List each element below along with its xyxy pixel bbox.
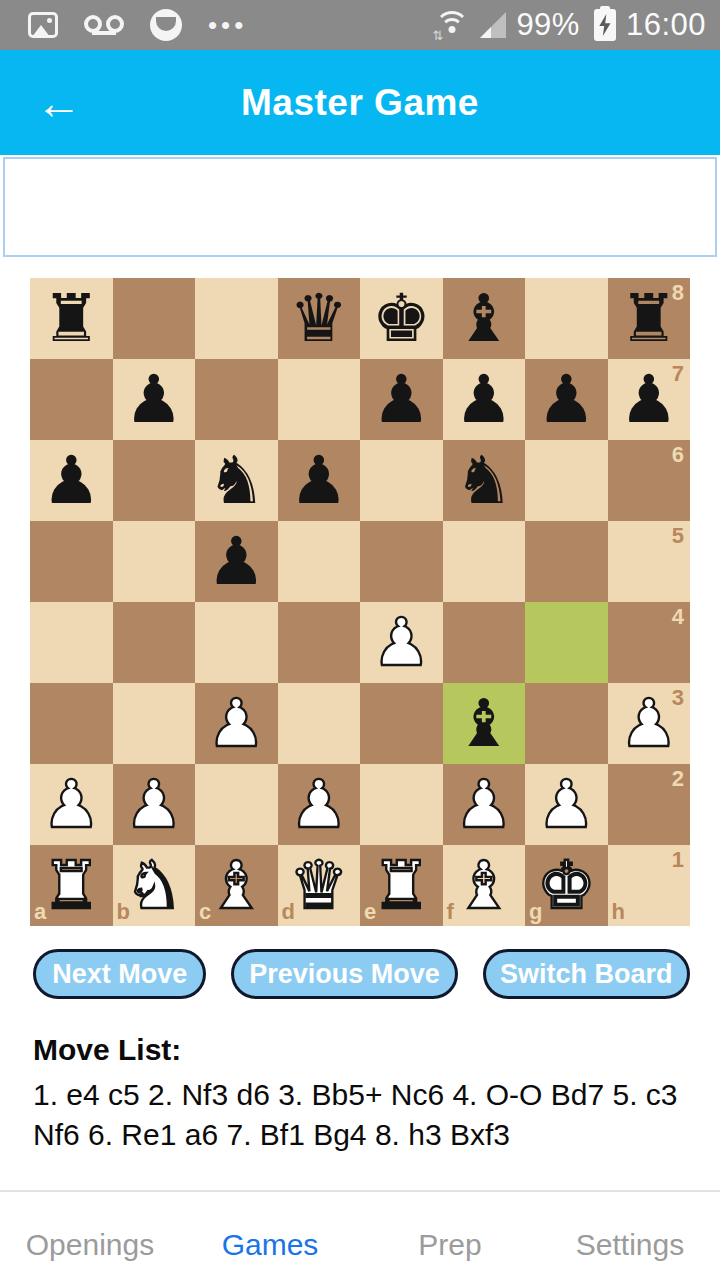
square-d1[interactable]: ♛d [278, 845, 361, 926]
app-header: ← Master Game [0, 50, 720, 155]
nav-tab-prep[interactable]: Prep [360, 1210, 540, 1262]
piece-black-pawn: ♟ [113, 359, 196, 440]
nav-tab-games[interactable]: Games [180, 1210, 360, 1262]
square-b8[interactable] [113, 278, 196, 359]
square-a8[interactable]: ♜ [30, 278, 113, 359]
nav-tab-openings[interactable]: Openings [0, 1210, 180, 1262]
rank-label-7: 7 [672, 361, 684, 387]
square-c4[interactable] [195, 602, 278, 683]
square-b6[interactable] [113, 440, 196, 521]
piece-black-king: ♚ [360, 278, 443, 359]
square-h6[interactable]: 6 [608, 440, 691, 521]
piece-white-pawn: ♟ [278, 764, 361, 845]
square-h8[interactable]: ♜8 [608, 278, 691, 359]
file-label-g: g [529, 899, 542, 925]
piece-black-pawn: ♟ [195, 521, 278, 602]
smiley-icon [150, 9, 182, 41]
gallery-icon [28, 12, 58, 38]
piece-white-pawn: ♟ [195, 683, 278, 764]
square-d8[interactable]: ♛ [278, 278, 361, 359]
previous-move-button[interactable]: Previous Move [231, 949, 457, 999]
piece-black-pawn: ♟ [278, 440, 361, 521]
square-h7[interactable]: ♟7 [608, 359, 691, 440]
square-c3[interactable]: ♟ [195, 683, 278, 764]
signal-icon [480, 12, 506, 38]
piece-black-bishop: ♝ [443, 683, 526, 764]
wifi-icon: ⇅ [434, 11, 470, 39]
square-e6[interactable] [360, 440, 443, 521]
bottom-nav: Openings Games Prep Settings [0, 1190, 720, 1280]
square-g3[interactable] [525, 683, 608, 764]
square-f3[interactable]: ♝ [443, 683, 526, 764]
square-h3[interactable]: ♟3 [608, 683, 691, 764]
piece-white-pawn: ♟ [113, 764, 196, 845]
file-label-h: h [612, 899, 625, 925]
clock: 16:00 [626, 7, 706, 43]
square-a7[interactable] [30, 359, 113, 440]
piece-black-bishop: ♝ [443, 278, 526, 359]
rank-label-3: 3 [672, 685, 684, 711]
square-h1[interactable]: 1h [608, 845, 691, 926]
square-h2[interactable]: 2 [608, 764, 691, 845]
square-a2[interactable]: ♟ [30, 764, 113, 845]
square-c2[interactable] [195, 764, 278, 845]
status-bar: ••• ⇅ 99% 16:00 [0, 0, 720, 50]
square-h5[interactable]: 5 [608, 521, 691, 602]
square-a1[interactable]: ♜a [30, 845, 113, 926]
piece-black-knight: ♞ [443, 440, 526, 521]
back-button[interactable]: ← [36, 80, 82, 126]
rank-label-2: 2 [672, 766, 684, 792]
page-title: Master Game [241, 82, 479, 124]
square-a4[interactable] [30, 602, 113, 683]
square-f7[interactable]: ♟ [443, 359, 526, 440]
square-d6[interactable]: ♟ [278, 440, 361, 521]
square-c7[interactable] [195, 359, 278, 440]
file-label-e: e [364, 899, 376, 925]
piece-white-pawn: ♟ [360, 602, 443, 683]
square-e4[interactable]: ♟ [360, 602, 443, 683]
square-e3[interactable] [360, 683, 443, 764]
more-dots-icon: ••• [208, 10, 247, 41]
rank-label-8: 8 [672, 280, 684, 306]
square-a3[interactable] [30, 683, 113, 764]
file-label-d: d [282, 899, 295, 925]
square-a5[interactable] [30, 521, 113, 602]
piece-black-queen: ♛ [278, 278, 361, 359]
square-g8[interactable] [525, 278, 608, 359]
square-e5[interactable] [360, 521, 443, 602]
square-b2[interactable]: ♟ [113, 764, 196, 845]
rank-label-5: 5 [672, 523, 684, 549]
square-f5[interactable] [443, 521, 526, 602]
square-h4[interactable]: 4 [608, 602, 691, 683]
nav-tab-settings[interactable]: Settings [540, 1210, 720, 1262]
square-f2[interactable]: ♟ [443, 764, 526, 845]
piece-black-pawn: ♟ [525, 359, 608, 440]
square-e1[interactable]: ♜e [360, 845, 443, 926]
piece-black-rook: ♜ [30, 278, 113, 359]
square-f4[interactable] [443, 602, 526, 683]
rank-label-4: 4 [672, 604, 684, 630]
square-c6[interactable]: ♞ [195, 440, 278, 521]
square-b1[interactable]: ♞b [113, 845, 196, 926]
file-label-c: c [199, 899, 211, 925]
square-b7[interactable]: ♟ [113, 359, 196, 440]
square-e8[interactable]: ♚ [360, 278, 443, 359]
square-d4[interactable] [278, 602, 361, 683]
square-g2[interactable]: ♟ [525, 764, 608, 845]
square-g7[interactable]: ♟ [525, 359, 608, 440]
rank-label-1: 1 [672, 847, 684, 873]
piece-black-pawn: ♟ [443, 359, 526, 440]
next-move-button[interactable]: Next Move [33, 949, 206, 999]
square-c8[interactable] [195, 278, 278, 359]
square-f8[interactable]: ♝ [443, 278, 526, 359]
file-label-a: a [34, 899, 46, 925]
chess-board: ♜♛♚♝♜8♟♟♟♟♟7♟♞♟♞6♟5♟4♟♝♟3♟♟♟♟♟2♜a♞b♝c♛d♜… [30, 278, 690, 926]
battery-charging-icon [594, 9, 616, 41]
square-d3[interactable] [278, 683, 361, 764]
square-c5[interactable]: ♟ [195, 521, 278, 602]
square-b3[interactable] [113, 683, 196, 764]
voicemail-icon [84, 15, 124, 35]
board-controls: Next Move Previous Move Switch Board [33, 949, 690, 999]
move-list-section: Move List: 1. e4 c5 2. Nf3 d6 3. Bb5+ Nc… [33, 1033, 686, 1155]
square-b5[interactable] [113, 521, 196, 602]
piece-black-knight: ♞ [195, 440, 278, 521]
square-g5[interactable] [525, 521, 608, 602]
square-d5[interactable] [278, 521, 361, 602]
piece-black-pawn: ♟ [30, 440, 113, 521]
square-e2[interactable] [360, 764, 443, 845]
piece-white-pawn: ♟ [30, 764, 113, 845]
square-d7[interactable] [278, 359, 361, 440]
piece-white-bishop: ♝ [443, 845, 526, 926]
piece-white-pawn: ♟ [525, 764, 608, 845]
square-g1[interactable]: ♚g [525, 845, 608, 926]
switch-board-button[interactable]: Switch Board [483, 949, 690, 999]
move-list-heading: Move List: [33, 1033, 686, 1067]
file-label-b: b [117, 899, 130, 925]
battery-percent: 99% [516, 7, 580, 43]
move-list-text: 1. e4 c5 2. Nf3 d6 3. Bb5+ Nc6 4. O-O Bd… [33, 1075, 686, 1155]
square-g6[interactable] [525, 440, 608, 521]
file-label-f: f [447, 899, 454, 925]
square-d2[interactable]: ♟ [278, 764, 361, 845]
piece-white-pawn: ♟ [443, 764, 526, 845]
square-b4[interactable] [113, 602, 196, 683]
square-a6[interactable]: ♟ [30, 440, 113, 521]
rank-label-6: 6 [672, 442, 684, 468]
piece-black-pawn: ♟ [360, 359, 443, 440]
comment-box[interactable] [3, 157, 717, 257]
square-e7[interactable]: ♟ [360, 359, 443, 440]
square-c1[interactable]: ♝c [195, 845, 278, 926]
square-g4[interactable] [525, 602, 608, 683]
square-f6[interactable]: ♞ [443, 440, 526, 521]
square-f1[interactable]: ♝f [443, 845, 526, 926]
